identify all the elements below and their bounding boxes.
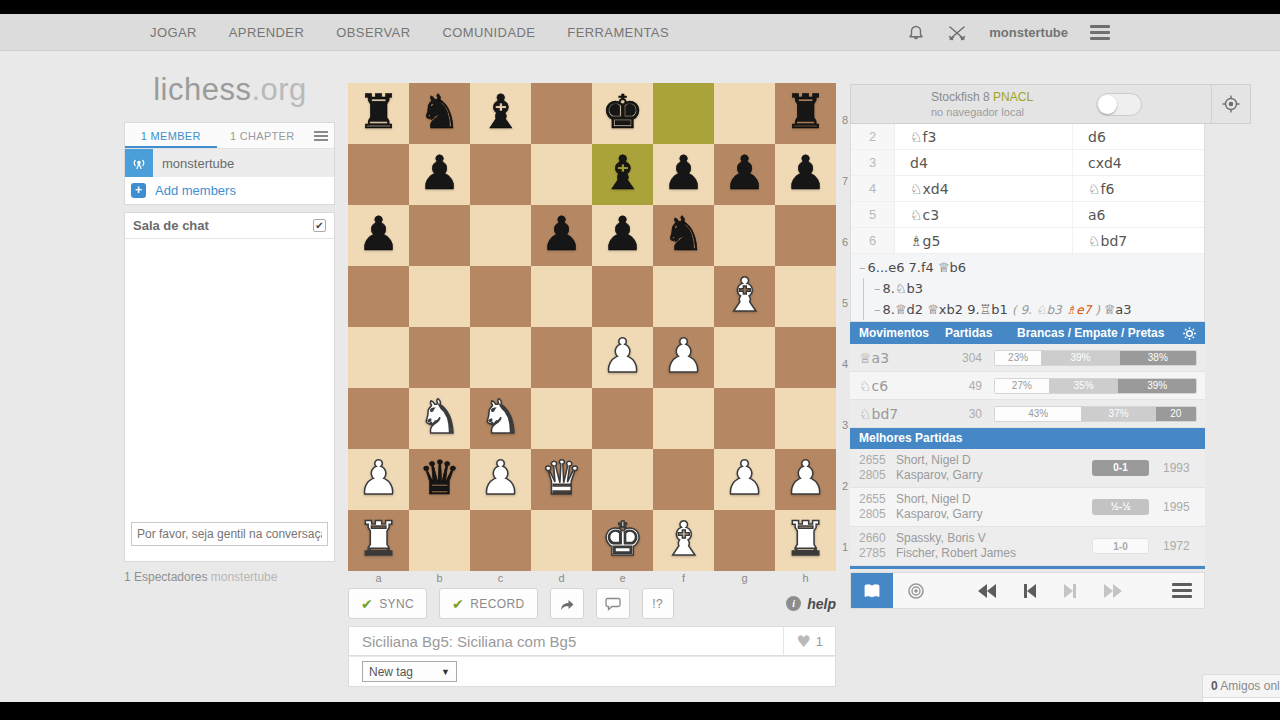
caret-down-icon: ▼ xyxy=(441,667,450,677)
move-white[interactable]: d4 xyxy=(895,150,1073,175)
white-player: Spassky, Boris V xyxy=(896,531,1092,546)
square-e4[interactable]: ♟ xyxy=(592,327,653,388)
square-b2[interactable]: ♛ xyxy=(409,449,470,510)
add-members-button[interactable]: + Add members xyxy=(125,177,334,204)
nav-menu: JOGARAPRENDEROBSERVARCOMUNIDADEFERRAMENT… xyxy=(150,14,669,51)
square-b5[interactable] xyxy=(409,266,470,327)
draw-segment: 39% xyxy=(1041,351,1119,365)
game-year: 1993 xyxy=(1163,461,1205,475)
chat-toggle-checkbox[interactable]: ✔ xyxy=(313,219,326,232)
square-f1[interactable]: ♝ xyxy=(653,510,714,571)
tab-chapters[interactable]: 1 CHAPTER xyxy=(217,123,309,148)
comment-button[interactable] xyxy=(596,588,630,619)
draw-segment: 35% xyxy=(1049,379,1119,393)
black-player: Fischer, Robert James xyxy=(896,546,1092,561)
game-players: Short, Nigel DKasparov, Garry xyxy=(896,492,1092,522)
explorer-tab-games[interactable]: Partidas xyxy=(945,326,1017,340)
variation-segment: 8.♕d2 ♕xb2 9.♖b1 xyxy=(883,302,1012,317)
lichess-logo[interactable]: lichess.org xyxy=(125,72,335,108)
black-wins-segment: 38% xyxy=(1120,351,1196,365)
file-label-a: a xyxy=(348,571,409,586)
sync-button[interactable]: ✔SYNC xyxy=(348,588,427,619)
study-members-box: 1 MEMBER 1 CHAPTER monstertube + Add mem… xyxy=(124,122,335,205)
white-player: Short, Nigel D xyxy=(896,492,1092,507)
black-rating: 2785 xyxy=(859,546,896,561)
square-e7[interactable]: ♝ xyxy=(592,144,653,205)
file-coordinates: abcdefgh xyxy=(348,571,836,586)
square-a5[interactable] xyxy=(348,266,409,327)
white-wins-segment: 43% xyxy=(995,407,1081,421)
result-badge: 1-0 xyxy=(1092,538,1149,554)
move-white[interactable]: ♘c3 xyxy=(895,202,1073,227)
move-number: 2 xyxy=(851,124,895,149)
chat-title: Sala de chat xyxy=(133,218,209,233)
black-rating: 2805 xyxy=(859,507,896,522)
white-wins-segment: 27% xyxy=(995,379,1049,393)
board-toolbar: ✔SYNC ✔RECORD !? i help xyxy=(348,588,836,619)
nav-right: monstertube xyxy=(907,14,1110,51)
square-b4[interactable] xyxy=(409,327,470,388)
game-year: 1995 xyxy=(1163,500,1205,514)
username[interactable]: monstertube xyxy=(989,25,1068,40)
new-tag-select[interactable]: New tag▼ xyxy=(362,661,457,682)
variation-segment: 6...e6 7.f4 ♕b6 xyxy=(868,260,967,275)
explorer-move: ♕a3 xyxy=(850,350,930,366)
explorer-row[interactable]: ♕a330423%39%38% xyxy=(850,344,1205,372)
variation-segment: ♕a3 xyxy=(1104,302,1132,317)
square-a7[interactable] xyxy=(348,144,409,205)
white-player: Short, Nigel D xyxy=(896,453,1092,468)
draw-segment: 37% xyxy=(1081,407,1155,421)
piece-white-king-e1[interactable]: ♚ xyxy=(592,510,653,571)
piece-white-bishop-f1[interactable]: ♝ xyxy=(653,510,714,571)
piece-black-pawn-b7[interactable]: ♟ xyxy=(409,144,470,205)
move-number: 4 xyxy=(851,176,895,201)
nav-item-comunidade[interactable]: COMUNIDADE xyxy=(442,25,535,40)
explorer-row[interactable]: ♘bd73043%37%20 xyxy=(850,400,1205,428)
square-e8[interactable]: ♚ xyxy=(592,83,653,144)
move-list: 2♘f3d63d4cxd44♘xd4♘f65♘c3a66♗g5♘bd7 xyxy=(850,124,1205,255)
heart-icon: ♥ xyxy=(796,632,810,651)
like-count: 1 xyxy=(816,634,823,649)
member-name: monstertube xyxy=(153,156,234,171)
square-a1[interactable]: ♜ xyxy=(348,510,409,571)
square-d4[interactable] xyxy=(531,327,592,388)
move-black[interactable]: d6 xyxy=(1073,124,1204,149)
white-rating: 2660 xyxy=(859,531,896,546)
variation-line[interactable]: 6...e6 7.f4 ♕b6 xyxy=(859,257,1204,278)
move-black[interactable]: ♘bd7 xyxy=(1073,228,1204,253)
move-row: 3d4cxd4 xyxy=(851,150,1204,176)
square-f3[interactable] xyxy=(653,388,714,449)
record-button[interactable]: ✔RECORD xyxy=(439,588,538,619)
black-wins-segment: 39% xyxy=(1118,379,1196,393)
file-label-c: c xyxy=(470,571,531,586)
explorer-move: ♘c6 xyxy=(850,378,930,394)
variation-segment: ) xyxy=(1091,303,1103,317)
game-ratings: 26552805 xyxy=(850,492,896,522)
friends-online-header[interactable]: 0 Amigos onlin xyxy=(1202,674,1280,698)
nav-item-jogar[interactable]: JOGAR xyxy=(150,25,197,40)
variation-line[interactable]: 8.♘b3 xyxy=(874,278,1204,299)
file-label-d: d xyxy=(531,571,592,586)
square-g3[interactable] xyxy=(714,388,775,449)
square-e6[interactable]: ♟ xyxy=(592,205,653,266)
piece-white-pawn-f4[interactable]: ♟ xyxy=(653,327,714,388)
game-year: 1972 xyxy=(1163,539,1205,553)
piece-white-knight-c3[interactable]: ♞ xyxy=(470,388,531,449)
practice-target-icon[interactable] xyxy=(1211,85,1250,123)
piece-black-rook-a8[interactable]: ♜ xyxy=(348,83,409,144)
piece-white-pawn-c2[interactable]: ♟ xyxy=(470,449,531,510)
explorer-row[interactable]: ♘c64927%35%39% xyxy=(850,372,1205,400)
square-f7[interactable]: ♟ xyxy=(653,144,714,205)
square-a4[interactable] xyxy=(348,327,409,388)
square-f4[interactable]: ♟ xyxy=(653,327,714,388)
game-players: Spassky, Boris VFischer, Robert James xyxy=(896,531,1092,561)
square-c3[interactable]: ♞ xyxy=(470,388,531,449)
tag-bar: New tag▼ xyxy=(348,657,836,687)
menu-hamburger-icon[interactable] xyxy=(1090,22,1110,43)
plus-icon: + xyxy=(131,183,146,198)
piece-white-bishop-g5[interactable]: ♝ xyxy=(714,266,775,327)
square-b1[interactable] xyxy=(409,510,470,571)
square-b7[interactable]: ♟ xyxy=(409,144,470,205)
engine-toggle[interactable] xyxy=(1096,93,1142,116)
square-h7[interactable]: ♟ xyxy=(775,144,836,205)
move-number: 3 xyxy=(851,150,895,175)
square-d8[interactable] xyxy=(531,83,592,144)
previous-move-button[interactable] xyxy=(1023,584,1037,598)
piece-white-pawn-e4[interactable]: ♟ xyxy=(592,327,653,388)
square-e5[interactable] xyxy=(592,266,653,327)
piece-black-queen-b2[interactable]: ♛ xyxy=(409,449,470,510)
move-row: 5♘c3a6 xyxy=(851,202,1204,228)
speech-bubble-icon xyxy=(605,597,621,611)
file-label-h: h xyxy=(775,571,836,586)
explorer-tab-moves[interactable]: Movimentos xyxy=(850,326,945,340)
square-e3[interactable] xyxy=(592,388,653,449)
study-title-bar: Siciliana Bg5: Siciliana com Bg5 ♥ 1 xyxy=(348,626,836,656)
help-link[interactable]: i help xyxy=(786,596,836,612)
square-d2[interactable]: ♛ xyxy=(531,449,592,510)
white-rating: 2655 xyxy=(859,492,896,507)
engine-info: Stockfish 8 PNACL no navegador local xyxy=(931,90,1033,118)
nav-item-aprender[interactable]: APRENDER xyxy=(229,25,304,40)
letterbox-bottom xyxy=(0,702,1280,720)
piece-white-queen-d2[interactable]: ♛ xyxy=(531,449,592,510)
practice-record-icon[interactable] xyxy=(893,581,939,601)
square-f6[interactable]: ♞ xyxy=(653,205,714,266)
square-d3[interactable] xyxy=(531,388,592,449)
piece-black-knight-f6[interactable]: ♞ xyxy=(653,205,714,266)
chat-messages xyxy=(125,239,334,522)
square-c8[interactable]: ♝ xyxy=(470,83,531,144)
game-ratings: 26552805 xyxy=(850,453,896,483)
share-arrow-icon xyxy=(559,597,575,611)
chat-input[interactable] xyxy=(131,522,328,546)
move-row: 2♘f3d6 xyxy=(851,124,1204,150)
square-f2[interactable] xyxy=(653,449,714,510)
chess-board: ♜♞♝♚♜♟♝♟♟♟♟♟♟♞♝♟♟♞♞♟♛♟♛♟♟♜♚♝♜ xyxy=(348,83,836,571)
square-g6[interactable] xyxy=(714,205,775,266)
square-d1[interactable] xyxy=(531,510,592,571)
square-h6[interactable] xyxy=(775,205,836,266)
lichess-app: JOGARAPRENDEROBSERVARCOMUNIDADEFERRAMENT… xyxy=(0,14,1280,702)
square-g7[interactable]: ♟ xyxy=(714,144,775,205)
square-g1[interactable] xyxy=(714,510,775,571)
nav-item-observar[interactable]: OBSERVAR xyxy=(336,25,410,40)
square-a2[interactable]: ♟ xyxy=(348,449,409,510)
analysis-controls xyxy=(850,572,1205,609)
info-icon: i xyxy=(786,596,801,611)
square-c5[interactable] xyxy=(470,266,531,327)
check-icon: ✔ xyxy=(452,596,464,612)
black-wins-segment: 20 xyxy=(1156,407,1196,421)
explorer-game-count: 304 xyxy=(930,351,982,365)
square-g4[interactable] xyxy=(714,327,775,388)
chat-box: Sala de chat ✔ xyxy=(124,212,335,562)
piece-white-rook-a1[interactable]: ♜ xyxy=(348,510,409,571)
study-tabs: 1 MEMBER 1 CHAPTER xyxy=(125,123,334,149)
move-black[interactable]: cxd4 xyxy=(1073,150,1204,175)
study-title: Siciliana Bg5: Siciliana com Bg5 xyxy=(349,633,783,650)
move-number: 5 xyxy=(851,202,895,227)
file-label-b: b xyxy=(409,571,470,586)
piece-white-pawn-a2[interactable]: ♟ xyxy=(348,449,409,510)
piece-black-pawn-g7[interactable]: ♟ xyxy=(714,144,775,205)
square-d6[interactable]: ♟ xyxy=(531,205,592,266)
square-g2[interactable]: ♟ xyxy=(714,449,775,510)
like-button[interactable]: ♥ 1 xyxy=(783,627,835,655)
square-a3[interactable] xyxy=(348,388,409,449)
piece-black-knight-b8[interactable]: ♞ xyxy=(409,83,470,144)
square-c4[interactable] xyxy=(470,327,531,388)
piece-black-pawn-h7[interactable]: ♟ xyxy=(775,144,836,205)
explorer-settings-gear-icon[interactable] xyxy=(1182,326,1205,341)
chat-header: Sala de chat ✔ xyxy=(125,213,334,239)
piece-black-pawn-a6[interactable]: ♟ xyxy=(348,205,409,266)
engine-tech-badge: PNACL xyxy=(993,90,1033,104)
wdl-bar: 23%39%38% xyxy=(994,350,1197,366)
square-h5[interactable] xyxy=(775,266,836,327)
square-c1[interactable] xyxy=(470,510,531,571)
piece-black-bishop-e7[interactable]: ♝ xyxy=(592,144,653,205)
square-a8[interactable]: ♜ xyxy=(348,83,409,144)
square-h3[interactable] xyxy=(775,388,836,449)
file-label-g: g xyxy=(714,571,775,586)
black-player: Kasparov, Garry xyxy=(896,507,1092,522)
notifications-bell-icon[interactable] xyxy=(907,24,925,42)
square-c7[interactable] xyxy=(470,144,531,205)
top-games-table: 26552805Short, Nigel DKasparov, Garry0-1… xyxy=(850,449,1205,569)
square-d7[interactable] xyxy=(531,144,592,205)
game-players: Short, Nigel DKasparov, Garry xyxy=(896,453,1092,483)
explorer-game-count: 49 xyxy=(930,379,982,393)
variation-tree: 6...e6 7.f4 ♕b6 8.♘b38.♕d2 ♕xb2 9.♖b1 ( … xyxy=(850,254,1205,322)
opening-explorer-header: Movimentos Partidas Brancas / Empate / P… xyxy=(850,322,1205,344)
wdl-bar: 43%37%20 xyxy=(994,406,1197,422)
challenges-swords-icon[interactable] xyxy=(947,24,967,42)
square-g8[interactable] xyxy=(714,83,775,144)
game-ratings: 26602785 xyxy=(850,531,896,561)
engine-bar: Stockfish 8 PNACL no navegador local xyxy=(850,84,1251,124)
square-h4[interactable] xyxy=(775,327,836,388)
piece-white-knight-b3[interactable]: ♞ xyxy=(409,388,470,449)
square-f5[interactable] xyxy=(653,266,714,327)
check-icon: ✔ xyxy=(361,596,373,612)
move-white[interactable]: ♘f3 xyxy=(895,124,1073,149)
explorer-move-table: ♕a330423%39%38%♘c64927%35%39%♘bd73043%37… xyxy=(850,344,1205,428)
square-b6[interactable] xyxy=(409,205,470,266)
move-black[interactable]: ♘f6 xyxy=(1073,176,1204,201)
analysis-menu-icon[interactable] xyxy=(1160,580,1204,601)
square-h2[interactable]: ♟ xyxy=(775,449,836,510)
square-g5[interactable]: ♝ xyxy=(714,266,775,327)
current-move: ♗e7 xyxy=(1066,303,1092,317)
screen: JOGARAPRENDEROBSERVARCOMUNIDADEFERRAMENT… xyxy=(0,0,1280,720)
variation-line[interactable]: 8.♕d2 ♕xb2 9.♖b1 ( 9. ♘b3 ♗e7 ) ♕a3 xyxy=(874,299,1204,320)
study-menu-icon[interactable] xyxy=(308,129,334,143)
top-game-row[interactable]: 26602785Spassky, Boris VFischer, Robert … xyxy=(850,527,1205,566)
glyph-annotation-button[interactable]: !? xyxy=(642,588,674,619)
file-label-f: f xyxy=(653,571,714,586)
explorer-move: ♘bd7 xyxy=(850,406,930,422)
piece-black-bishop-c8[interactable]: ♝ xyxy=(470,83,531,144)
last-move-button[interactable] xyxy=(1103,584,1123,598)
top-game-row[interactable]: 26552805Short, Nigel DKasparov, Garry0-1… xyxy=(850,449,1205,488)
explorer-game-count: 30 xyxy=(930,407,982,421)
spectators: 1 Espectadores monstertube xyxy=(124,570,277,584)
square-e2[interactable] xyxy=(592,449,653,510)
piece-white-rook-h1[interactable]: ♜ xyxy=(775,510,836,571)
move-number: 6 xyxy=(851,228,895,253)
next-move-button[interactable] xyxy=(1063,584,1077,598)
top-navigation: JOGARAPRENDEROBSERVARCOMUNIDADEFERRAMENT… xyxy=(0,14,1280,51)
square-c6[interactable] xyxy=(470,205,531,266)
variation-segment: ( 9. ♘b3 xyxy=(1012,303,1066,317)
square-a6[interactable]: ♟ xyxy=(348,205,409,266)
piece-black-pawn-d6[interactable]: ♟ xyxy=(531,205,592,266)
top-game-row[interactable]: 26552805Short, Nigel DKasparov, Garry½-½… xyxy=(850,488,1205,527)
top-games-header: Melhores Partidas xyxy=(850,428,1205,449)
file-label-e: e xyxy=(592,571,653,586)
piece-white-pawn-h2[interactable]: ♟ xyxy=(775,449,836,510)
piece-white-pawn-g2[interactable]: ♟ xyxy=(714,449,775,510)
white-wins-segment: 23% xyxy=(995,351,1041,365)
square-h8[interactable]: ♜ xyxy=(775,83,836,144)
square-h1[interactable]: ♜ xyxy=(775,510,836,571)
move-navigation xyxy=(939,584,1160,598)
piece-black-king-e8[interactable]: ♚ xyxy=(592,83,653,144)
black-rating: 2805 xyxy=(859,468,896,483)
move-black[interactable]: a6 xyxy=(1073,202,1204,227)
piece-black-pawn-f7[interactable]: ♟ xyxy=(653,144,714,205)
result-badge: ½-½ xyxy=(1092,499,1149,515)
piece-black-rook-h8[interactable]: ♜ xyxy=(775,83,836,144)
square-d5[interactable] xyxy=(531,266,592,327)
first-move-button[interactable] xyxy=(977,584,997,598)
white-rating: 2655 xyxy=(859,453,896,468)
explorer-book-button[interactable] xyxy=(851,573,893,608)
square-e1[interactable]: ♚ xyxy=(592,510,653,571)
result-badge: 0-1 xyxy=(1092,460,1149,476)
square-b8[interactable]: ♞ xyxy=(409,83,470,144)
explorer-wdl-label: Brancas / Empate / Pretas xyxy=(1017,326,1182,340)
square-b3[interactable]: ♞ xyxy=(409,388,470,449)
piece-black-pawn-e6[interactable]: ♟ xyxy=(592,205,653,266)
move-row: 6♗g5♘bd7 xyxy=(851,228,1204,254)
variation-segment: 8.♘b3 xyxy=(883,281,924,296)
wdl-bar: 27%35%39% xyxy=(994,378,1197,394)
book-icon xyxy=(863,583,881,599)
share-button[interactable] xyxy=(550,588,584,619)
move-white[interactable]: ♘xd4 xyxy=(895,176,1073,201)
member-row[interactable]: monstertube xyxy=(125,149,334,177)
square-f8[interactable] xyxy=(653,83,714,144)
broadcast-tower-icon xyxy=(125,149,153,177)
black-player: Kasparov, Garry xyxy=(896,468,1092,483)
tab-members[interactable]: 1 MEMBER xyxy=(125,123,217,148)
move-white[interactable]: ♗g5 xyxy=(895,228,1073,253)
move-row: 4♘xd4♘f6 xyxy=(851,176,1204,202)
square-c2[interactable]: ♟ xyxy=(470,449,531,510)
nav-item-ferramentas[interactable]: FERRAMENTAS xyxy=(567,25,669,40)
